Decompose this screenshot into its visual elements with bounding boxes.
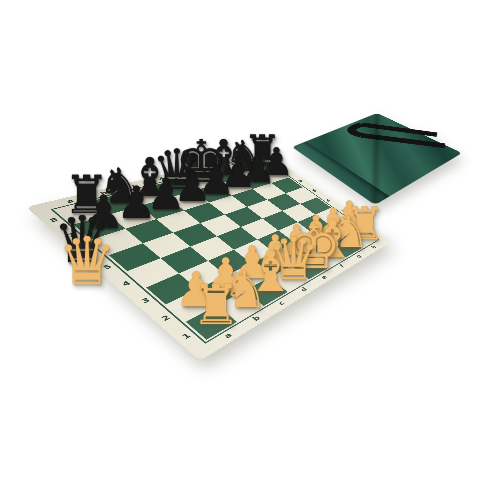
bag-shadow: [0, 0, 480, 480]
product-photo-scene: aa88bb77cc66dd55ee44ff33gg22hh11 ♜♞♝♛♚♝♞…: [0, 0, 480, 480]
carrying-bag: [292, 113, 462, 205]
bag-handle-icon: [292, 113, 462, 205]
